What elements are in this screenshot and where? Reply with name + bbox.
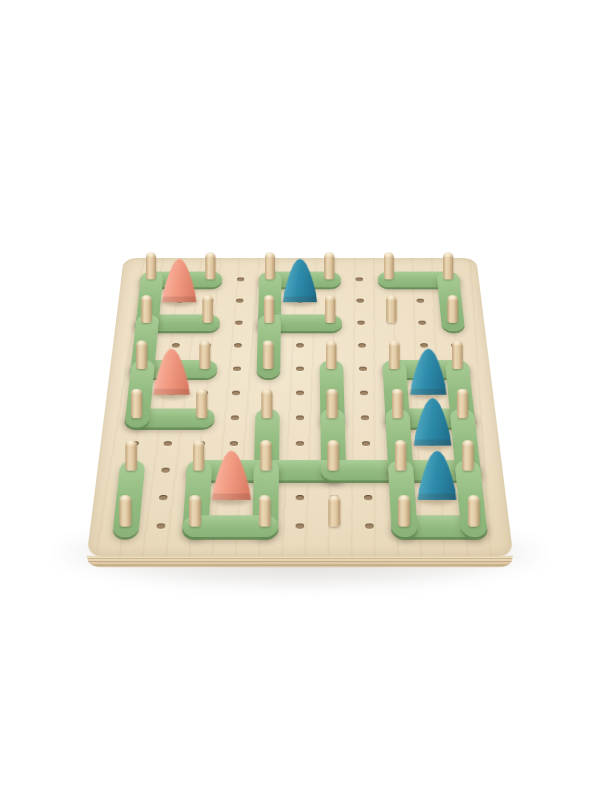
peg[interactable] bbox=[326, 340, 337, 369]
hole bbox=[235, 321, 243, 325]
hole bbox=[364, 495, 373, 500]
hole bbox=[416, 299, 424, 303]
hole bbox=[163, 441, 172, 446]
peg[interactable] bbox=[193, 440, 205, 471]
peg[interactable] bbox=[259, 495, 271, 527]
peg[interactable] bbox=[447, 295, 458, 323]
peg[interactable] bbox=[384, 252, 394, 279]
hole bbox=[296, 441, 304, 446]
hole bbox=[296, 495, 305, 500]
hole bbox=[357, 321, 365, 325]
peg[interactable] bbox=[146, 252, 156, 279]
peg[interactable] bbox=[386, 295, 397, 323]
hole bbox=[230, 441, 238, 446]
hole bbox=[161, 468, 170, 473]
peg[interactable] bbox=[324, 252, 334, 279]
peg[interactable] bbox=[196, 389, 207, 419]
cone-blue[interactable] bbox=[410, 349, 446, 395]
hole bbox=[418, 321, 426, 325]
hole bbox=[296, 367, 304, 371]
peg[interactable] bbox=[131, 389, 142, 419]
peg[interactable] bbox=[141, 295, 152, 323]
peg[interactable] bbox=[261, 389, 272, 419]
peg[interactable] bbox=[327, 440, 339, 471]
cone-blue[interactable] bbox=[414, 398, 451, 446]
peg[interactable] bbox=[328, 495, 340, 527]
peg[interactable] bbox=[202, 295, 213, 323]
hole bbox=[233, 367, 241, 371]
peg[interactable] bbox=[265, 252, 275, 279]
hole bbox=[360, 391, 368, 396]
peg[interactable] bbox=[398, 495, 410, 527]
hole bbox=[237, 277, 245, 281]
hole bbox=[420, 343, 428, 347]
peg[interactable] bbox=[263, 340, 274, 369]
peg[interactable] bbox=[205, 252, 215, 279]
peg[interactable] bbox=[443, 252, 453, 279]
hole bbox=[296, 391, 304, 396]
hole bbox=[296, 343, 304, 347]
hole bbox=[296, 523, 305, 528]
cone-salmon[interactable] bbox=[212, 451, 251, 500]
peg[interactable] bbox=[462, 440, 474, 471]
hole bbox=[365, 523, 374, 528]
hole bbox=[358, 343, 366, 347]
hole bbox=[231, 416, 239, 421]
hole bbox=[362, 441, 370, 446]
peg[interactable] bbox=[457, 389, 468, 419]
cone-salmon[interactable] bbox=[154, 349, 190, 395]
peg[interactable] bbox=[119, 495, 131, 527]
hole bbox=[232, 391, 240, 396]
peg[interactable] bbox=[125, 440, 137, 471]
hole bbox=[234, 343, 242, 347]
peg[interactable] bbox=[326, 389, 337, 419]
hole bbox=[159, 495, 168, 500]
peg[interactable] bbox=[260, 440, 272, 471]
board-scene bbox=[107, 200, 493, 586]
peg[interactable] bbox=[136, 340, 147, 369]
hole bbox=[356, 277, 364, 281]
peg[interactable] bbox=[325, 295, 336, 323]
peg[interactable] bbox=[189, 495, 201, 527]
hole bbox=[359, 367, 367, 371]
peg[interactable] bbox=[389, 340, 400, 369]
peg[interactable] bbox=[452, 340, 463, 369]
hole bbox=[172, 343, 180, 347]
peg[interactable] bbox=[468, 495, 480, 527]
board-front-edge bbox=[87, 556, 513, 568]
hole bbox=[356, 299, 364, 303]
cone-blue[interactable] bbox=[418, 451, 457, 500]
cone-salmon[interactable] bbox=[162, 259, 196, 302]
peg[interactable] bbox=[395, 440, 407, 471]
hole bbox=[156, 523, 165, 528]
cone-blue[interactable] bbox=[283, 259, 317, 302]
peg[interactable] bbox=[199, 340, 210, 369]
hole bbox=[296, 416, 304, 421]
hole bbox=[361, 416, 369, 421]
peg[interactable] bbox=[264, 295, 275, 323]
hole bbox=[236, 299, 244, 303]
pegboard bbox=[87, 258, 514, 556]
peg[interactable] bbox=[392, 389, 403, 419]
